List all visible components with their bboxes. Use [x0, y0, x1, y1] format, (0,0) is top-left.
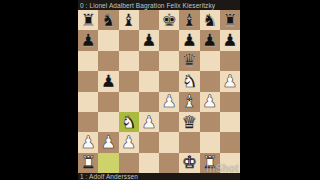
black-queen-f6: ♛ [182, 52, 197, 69]
square-b2[interactable]: ♟ [98, 132, 118, 152]
square-f5[interactable]: ♞ [179, 71, 199, 91]
square-h6[interactable] [220, 51, 240, 71]
black-knight-g8: ♞ [202, 11, 217, 28]
square-e4[interactable]: ♟ [159, 92, 179, 112]
square-e5[interactable] [159, 71, 179, 91]
square-b6[interactable] [98, 51, 118, 71]
square-c7[interactable] [119, 30, 139, 50]
square-a7[interactable]: ♟ [78, 30, 98, 50]
square-a2[interactable]: ♟ [78, 132, 98, 152]
black-pawn-b5: ♟ [101, 72, 116, 89]
square-h7[interactable]: ♟ [220, 30, 240, 50]
white-rook-g1: ♜ [202, 154, 217, 171]
white-king-f1: ♚ [182, 154, 197, 171]
square-h5[interactable]: ♟ [220, 71, 240, 91]
white-pawn-h5: ♟ [222, 72, 237, 89]
square-a1[interactable]: ♜ [78, 153, 98, 173]
black-king-e8: ♚ [162, 11, 177, 28]
square-d1[interactable] [139, 153, 159, 173]
square-g2[interactable] [200, 132, 220, 152]
player-bar-white: 1 : Adolf Anderssen [78, 173, 240, 180]
square-e7[interactable] [159, 30, 179, 50]
square-d8[interactable] [139, 10, 159, 30]
square-f2[interactable] [179, 132, 199, 152]
square-g5[interactable] [200, 71, 220, 91]
white-knight-f5: ♞ [182, 72, 197, 89]
square-c2[interactable]: ♟ [119, 132, 139, 152]
square-b3[interactable] [98, 112, 118, 132]
square-e3[interactable] [159, 112, 179, 132]
square-g1[interactable]: ♜ [200, 153, 220, 173]
square-e6[interactable] [159, 51, 179, 71]
square-a3[interactable] [78, 112, 98, 132]
square-h4[interactable] [220, 92, 240, 112]
square-g3[interactable] [200, 112, 220, 132]
white-pawn-b2: ♟ [101, 133, 116, 150]
square-a4[interactable] [78, 92, 98, 112]
square-h3[interactable] [220, 112, 240, 132]
player-black-label: 0 : Lionel Adalbert Bagration Felix Kies… [80, 2, 215, 9]
black-pawn-a7: ♟ [81, 32, 96, 49]
chess-board[interactable]: ♜♞♝♚♝♞♜♟♟♟♟♟♛♟♞♟♟♝♟♞♟♛♟♟♟♜♚♜ [78, 10, 240, 173]
white-pawn-d3: ♟ [141, 113, 156, 130]
black-pawn-f7: ♟ [182, 32, 197, 49]
square-h8[interactable]: ♜ [220, 10, 240, 30]
square-g7[interactable]: ♟ [200, 30, 220, 50]
black-rook-a8: ♜ [81, 11, 96, 28]
square-f7[interactable]: ♟ [179, 30, 199, 50]
square-f8[interactable]: ♝ [179, 10, 199, 30]
square-c3[interactable]: ♞ [119, 112, 139, 132]
square-b8[interactable]: ♞ [98, 10, 118, 30]
square-a5[interactable] [78, 71, 98, 91]
white-bishop-f4: ♝ [182, 93, 197, 110]
square-g8[interactable]: ♞ [200, 10, 220, 30]
square-c4[interactable] [119, 92, 139, 112]
square-d7[interactable]: ♟ [139, 30, 159, 50]
player-white-label: 1 : Adolf Anderssen [80, 173, 138, 180]
square-b1[interactable] [98, 153, 118, 173]
square-b4[interactable] [98, 92, 118, 112]
square-e1[interactable] [159, 153, 179, 173]
square-c8[interactable]: ♝ [119, 10, 139, 30]
square-d4[interactable] [139, 92, 159, 112]
black-pawn-g7: ♟ [202, 32, 217, 49]
square-d3[interactable]: ♟ [139, 112, 159, 132]
white-rook-a1: ♜ [81, 154, 96, 171]
black-rook-h8: ♜ [222, 11, 237, 28]
white-pawn-c2: ♟ [121, 133, 136, 150]
square-e2[interactable] [159, 132, 179, 152]
square-b7[interactable] [98, 30, 118, 50]
square-f1[interactable]: ♚ [179, 153, 199, 173]
black-pawn-d7: ♟ [141, 32, 156, 49]
square-a8[interactable]: ♜ [78, 10, 98, 30]
square-d5[interactable] [139, 71, 159, 91]
square-g4[interactable]: ♟ [200, 92, 220, 112]
square-c1[interactable] [119, 153, 139, 173]
square-a6[interactable] [78, 51, 98, 71]
white-knight-c3: ♞ [121, 113, 136, 130]
square-c5[interactable] [119, 71, 139, 91]
black-pawn-h7: ♟ [222, 32, 237, 49]
square-h2[interactable] [220, 132, 240, 152]
black-bishop-c8: ♝ [121, 11, 136, 28]
square-d6[interactable] [139, 51, 159, 71]
white-pawn-a2: ♟ [81, 133, 96, 150]
square-f4[interactable]: ♝ [179, 92, 199, 112]
square-g6[interactable] [200, 51, 220, 71]
black-knight-b8: ♞ [101, 11, 116, 28]
white-queen-f3: ♛ [182, 113, 197, 130]
square-d2[interactable] [139, 132, 159, 152]
square-h1[interactable] [220, 153, 240, 173]
video-frame: 0 : Lionel Adalbert Bagration Felix Kies… [0, 0, 320, 180]
square-b5[interactable]: ♟ [98, 71, 118, 91]
square-c6[interactable] [119, 51, 139, 71]
square-e8[interactable]: ♚ [159, 10, 179, 30]
black-bishop-f8: ♝ [182, 11, 197, 28]
game-view: 0 : Lionel Adalbert Bagration Felix Kies… [78, 0, 240, 180]
square-f6[interactable]: ♛ [179, 51, 199, 71]
player-bar-black: 0 : Lionel Adalbert Bagration Felix Kies… [78, 0, 240, 10]
white-pawn-e4: ♟ [162, 93, 177, 110]
white-pawn-g4: ♟ [202, 93, 217, 110]
square-f3[interactable]: ♛ [179, 112, 199, 132]
